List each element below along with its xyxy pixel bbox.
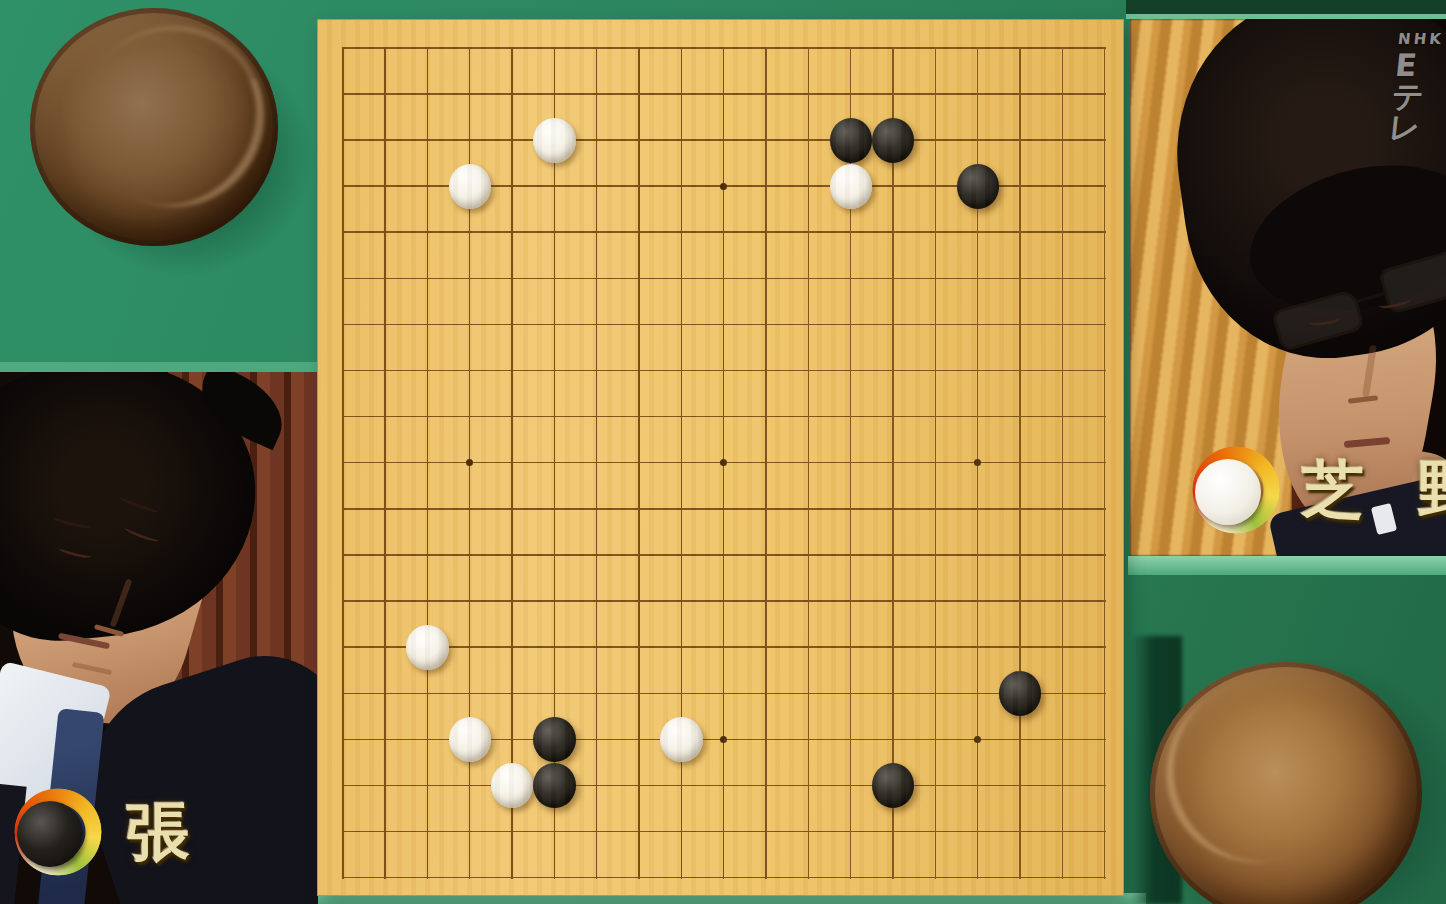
stone-white (533, 118, 575, 163)
board-cell (533, 486, 575, 532)
board-cell (999, 532, 1041, 578)
board-cell (1084, 163, 1126, 209)
board-cell (872, 117, 914, 163)
board-cell (322, 578, 364, 624)
board-cell (872, 302, 914, 348)
board-cell (914, 763, 956, 809)
board-cell (703, 71, 745, 117)
board-cell (914, 209, 956, 255)
board-cell (1084, 855, 1126, 901)
board-cell (1084, 809, 1126, 855)
board-cell (406, 440, 448, 486)
white-stone-icon (1195, 459, 1261, 525)
board-cell (322, 717, 364, 763)
board-cell (322, 763, 364, 809)
board-cell (322, 71, 364, 117)
board-cell (364, 855, 406, 901)
board-cell (872, 394, 914, 440)
board-cell (957, 25, 999, 71)
board-cell (787, 348, 829, 394)
board-cell (491, 440, 533, 486)
board-cell (787, 117, 829, 163)
board-cell (872, 670, 914, 716)
board-cell (322, 117, 364, 163)
white-stone-icon (1192, 446, 1280, 534)
board-cell (957, 486, 999, 532)
board-cell (491, 348, 533, 394)
board-cell (703, 302, 745, 348)
board-cell (491, 163, 533, 209)
board-cell (1041, 532, 1083, 578)
board-cell (449, 71, 491, 117)
board-cell (660, 25, 702, 71)
board-cell (787, 486, 829, 532)
board-cell (533, 394, 575, 440)
board-cell (830, 763, 872, 809)
board-cell (703, 348, 745, 394)
board-cell (533, 440, 575, 486)
board-cell (872, 163, 914, 209)
board-cell (660, 670, 702, 716)
board-cell (533, 117, 575, 163)
board-cell (1041, 578, 1083, 624)
board-cell (533, 532, 575, 578)
board-cell (914, 532, 956, 578)
board-cell (576, 255, 618, 301)
board-cell (576, 763, 618, 809)
board-cell (533, 209, 575, 255)
board-cell (322, 809, 364, 855)
board-cell (576, 394, 618, 440)
board-cell (745, 209, 787, 255)
etele-logo-text: Eテレ (1387, 50, 1446, 143)
board-cell (1084, 117, 1126, 163)
board-cell (618, 348, 660, 394)
board-cell (660, 486, 702, 532)
board-cell (364, 71, 406, 117)
board-cell (914, 302, 956, 348)
board-cell (576, 348, 618, 394)
board-cell (914, 117, 956, 163)
board-cell (703, 255, 745, 301)
black-player-name: 張 (126, 789, 206, 876)
board-cell (957, 209, 999, 255)
board-cell (872, 624, 914, 670)
board-cell (406, 855, 448, 901)
board-cell (618, 71, 660, 117)
board-cell (914, 624, 956, 670)
board-cell (914, 578, 956, 624)
board-cell (830, 809, 872, 855)
board-cell (745, 855, 787, 901)
board-cell (322, 163, 364, 209)
board-cell (576, 486, 618, 532)
board-cell (660, 578, 702, 624)
board-cell (449, 624, 491, 670)
board-cell (491, 302, 533, 348)
board-cell (957, 578, 999, 624)
board-cell (576, 302, 618, 348)
board-cell (957, 440, 999, 486)
board-cell (830, 624, 872, 670)
nhk-logo-text: NHK (1397, 32, 1446, 47)
stone-white (491, 763, 533, 808)
board-cell (745, 302, 787, 348)
board-cell (703, 578, 745, 624)
board-cell (618, 255, 660, 301)
light-strip-above-black-player (0, 362, 318, 372)
board-cell (1041, 809, 1083, 855)
board-cell (787, 717, 829, 763)
top-light-strip (1126, 14, 1446, 19)
board-cell (576, 209, 618, 255)
board-cell (449, 302, 491, 348)
board-cell (830, 670, 872, 716)
board-cell (406, 394, 448, 440)
board-cell (830, 348, 872, 394)
board-cell (491, 532, 533, 578)
board-cell (533, 809, 575, 855)
board-cell (830, 440, 872, 486)
board-cell (406, 763, 448, 809)
board-cell (999, 578, 1041, 624)
board-cell (449, 348, 491, 394)
board-cell (491, 486, 533, 532)
board-cell (660, 117, 702, 163)
board-cell (660, 71, 702, 117)
board-cell (1041, 624, 1083, 670)
board-cell (787, 163, 829, 209)
tv-frame: 芝 野 張 NHK Eテレ (0, 0, 1446, 904)
board-cell (745, 763, 787, 809)
board-cell (618, 117, 660, 163)
board-cell (999, 117, 1041, 163)
board-cell (449, 440, 491, 486)
board-cell (787, 578, 829, 624)
board-cell (364, 809, 406, 855)
board-cell (1041, 209, 1083, 255)
board-cell (618, 209, 660, 255)
board-cell (406, 717, 448, 763)
board-cell (533, 624, 575, 670)
black-player-label: 張 (14, 788, 206, 876)
board-cell (491, 763, 533, 809)
board-cell (872, 440, 914, 486)
board-cell (872, 763, 914, 809)
board-cell (830, 71, 872, 117)
board-cell (999, 624, 1041, 670)
board-cell (406, 117, 448, 163)
board-cell (1041, 855, 1083, 901)
board-cell (703, 855, 745, 901)
board-cell (576, 117, 618, 163)
board-cell (533, 348, 575, 394)
board-cell (449, 763, 491, 809)
board-cell (576, 624, 618, 670)
board-cell (787, 209, 829, 255)
board-cell (787, 532, 829, 578)
board-cell (999, 255, 1041, 301)
board-cell (745, 440, 787, 486)
board-cell (703, 763, 745, 809)
board-cell (830, 394, 872, 440)
board-cell (406, 809, 448, 855)
board-cell (491, 71, 533, 117)
board-cell (491, 209, 533, 255)
board-cell (830, 209, 872, 255)
stone-black (533, 717, 575, 762)
board-cell (491, 670, 533, 716)
stone-white (406, 625, 448, 670)
board-cell (364, 624, 406, 670)
board-cell (364, 255, 406, 301)
board-cell (618, 717, 660, 763)
board-cell (703, 163, 745, 209)
board-cell (491, 25, 533, 71)
board-cell (787, 624, 829, 670)
board-cell (618, 486, 660, 532)
board-cell (999, 486, 1041, 532)
board-cell (618, 763, 660, 809)
board-cell (576, 532, 618, 578)
stone-white (449, 717, 491, 762)
stone-white (830, 164, 872, 209)
board-cell (957, 809, 999, 855)
board-cell (364, 670, 406, 716)
board-cell (745, 624, 787, 670)
board-cell (449, 578, 491, 624)
board-cell (576, 163, 618, 209)
board-cell (957, 532, 999, 578)
board-cell (830, 302, 872, 348)
board-cell (533, 302, 575, 348)
board-cell (660, 624, 702, 670)
board-cell (491, 255, 533, 301)
go-bowl-top-left (30, 8, 278, 246)
board-cell (1041, 71, 1083, 117)
board-cell (872, 855, 914, 901)
board-cell (533, 763, 575, 809)
board-cell (1084, 717, 1126, 763)
board-cell (830, 532, 872, 578)
board-cell (1084, 578, 1126, 624)
board-cell (703, 25, 745, 71)
board-cell (660, 394, 702, 440)
board-cell (618, 302, 660, 348)
board-cell (957, 717, 999, 763)
board-cell (618, 394, 660, 440)
board-cell (745, 25, 787, 71)
board-cell (703, 394, 745, 440)
board-cell (322, 532, 364, 578)
board-cell (830, 717, 872, 763)
board-cell (999, 440, 1041, 486)
board-cell (533, 255, 575, 301)
board-cell (872, 209, 914, 255)
board-cell (957, 302, 999, 348)
board-cell (449, 163, 491, 209)
board-cell (830, 578, 872, 624)
board-cell (1041, 302, 1083, 348)
board-cell (745, 117, 787, 163)
board-cell (999, 25, 1041, 71)
black-stone-icon (14, 788, 102, 876)
board-cell (322, 348, 364, 394)
board-cell (618, 25, 660, 71)
board-cell (449, 486, 491, 532)
board-cell (533, 855, 575, 901)
board-cell (322, 209, 364, 255)
board-cell (618, 624, 660, 670)
board-cell (364, 486, 406, 532)
board-cell (406, 624, 448, 670)
board-cell (872, 809, 914, 855)
board-cell (660, 440, 702, 486)
white-player-label: 芝 野 (1192, 446, 1446, 534)
board-cell (957, 348, 999, 394)
board-cell (745, 578, 787, 624)
board-cell (449, 25, 491, 71)
board-cell (491, 578, 533, 624)
board-cell (999, 71, 1041, 117)
board-cell (914, 440, 956, 486)
board-cell (914, 71, 956, 117)
board-cell (914, 855, 956, 901)
board-cell (660, 255, 702, 301)
board-cell (533, 670, 575, 716)
board-cell (364, 532, 406, 578)
board-cell (872, 71, 914, 117)
stone-black (957, 164, 999, 209)
board-cell (703, 486, 745, 532)
board-cell (957, 624, 999, 670)
board-cell (576, 809, 618, 855)
board-cell (1041, 163, 1083, 209)
board-cell (872, 717, 914, 763)
board-cell (533, 578, 575, 624)
board-cell (703, 809, 745, 855)
board-cell (576, 440, 618, 486)
board-cell (1084, 394, 1126, 440)
board-cell (618, 670, 660, 716)
board-cell (1041, 486, 1083, 532)
board-cell (830, 117, 872, 163)
board-cell (1041, 25, 1083, 71)
board-cell (533, 163, 575, 209)
board-cell (491, 117, 533, 163)
board-cell (364, 578, 406, 624)
board-cell (745, 348, 787, 394)
board-cell (449, 117, 491, 163)
board-cell (533, 25, 575, 71)
board-cell (1084, 302, 1126, 348)
board-cell (999, 670, 1041, 716)
board-cell (787, 255, 829, 301)
board-cell (1084, 624, 1126, 670)
board-cell (618, 532, 660, 578)
board-cell (914, 717, 956, 763)
board-cell (660, 717, 702, 763)
board-cell (1041, 763, 1083, 809)
board-cell (999, 163, 1041, 209)
board-cell (1041, 255, 1083, 301)
board-cell (660, 163, 702, 209)
board-cell (957, 855, 999, 901)
board-cell (618, 809, 660, 855)
board-cell (406, 71, 448, 117)
board-cell (872, 486, 914, 532)
board-cell (703, 117, 745, 163)
stone-black (533, 763, 575, 808)
board-cell (364, 209, 406, 255)
board-cell (364, 25, 406, 71)
board-cell (914, 25, 956, 71)
board-cell (322, 394, 364, 440)
board-cell (999, 763, 1041, 809)
board-cell (787, 670, 829, 716)
board-cell (830, 25, 872, 71)
board-cell (322, 255, 364, 301)
board-cell (449, 809, 491, 855)
board-cell (406, 255, 448, 301)
board-cell (914, 255, 956, 301)
board-cell (322, 486, 364, 532)
board-cell (745, 255, 787, 301)
board-cell (787, 855, 829, 901)
stone-black (872, 763, 914, 808)
board-cell (830, 486, 872, 532)
board-cell (449, 209, 491, 255)
board-cell (322, 670, 364, 716)
board-cell (914, 809, 956, 855)
board-cell (449, 394, 491, 440)
board-cell (491, 394, 533, 440)
board-cell (787, 763, 829, 809)
board-cell (999, 348, 1041, 394)
board-cell (364, 394, 406, 440)
board-cell (745, 71, 787, 117)
board-cell (914, 394, 956, 440)
board-cell (745, 532, 787, 578)
board-cell (957, 71, 999, 117)
board-cell (872, 255, 914, 301)
board-cell (745, 486, 787, 532)
board-cell (1084, 440, 1126, 486)
board-cell (618, 163, 660, 209)
board-cell (618, 440, 660, 486)
stone-white (449, 164, 491, 209)
board-cell (957, 117, 999, 163)
board-cell (787, 394, 829, 440)
board-cell (491, 624, 533, 670)
board-cell (322, 302, 364, 348)
board-cell (999, 717, 1041, 763)
board-cell (364, 302, 406, 348)
board-cell (364, 117, 406, 163)
board-cell (364, 440, 406, 486)
board-cell (1084, 25, 1126, 71)
board-cell (957, 763, 999, 809)
board-cell (914, 486, 956, 532)
board-cell (703, 670, 745, 716)
board-cell (1041, 117, 1083, 163)
board-cell (999, 394, 1041, 440)
board-cell (830, 163, 872, 209)
board-cell (703, 624, 745, 670)
board-cell (957, 394, 999, 440)
board-cell (406, 302, 448, 348)
board-cell (1084, 670, 1126, 716)
